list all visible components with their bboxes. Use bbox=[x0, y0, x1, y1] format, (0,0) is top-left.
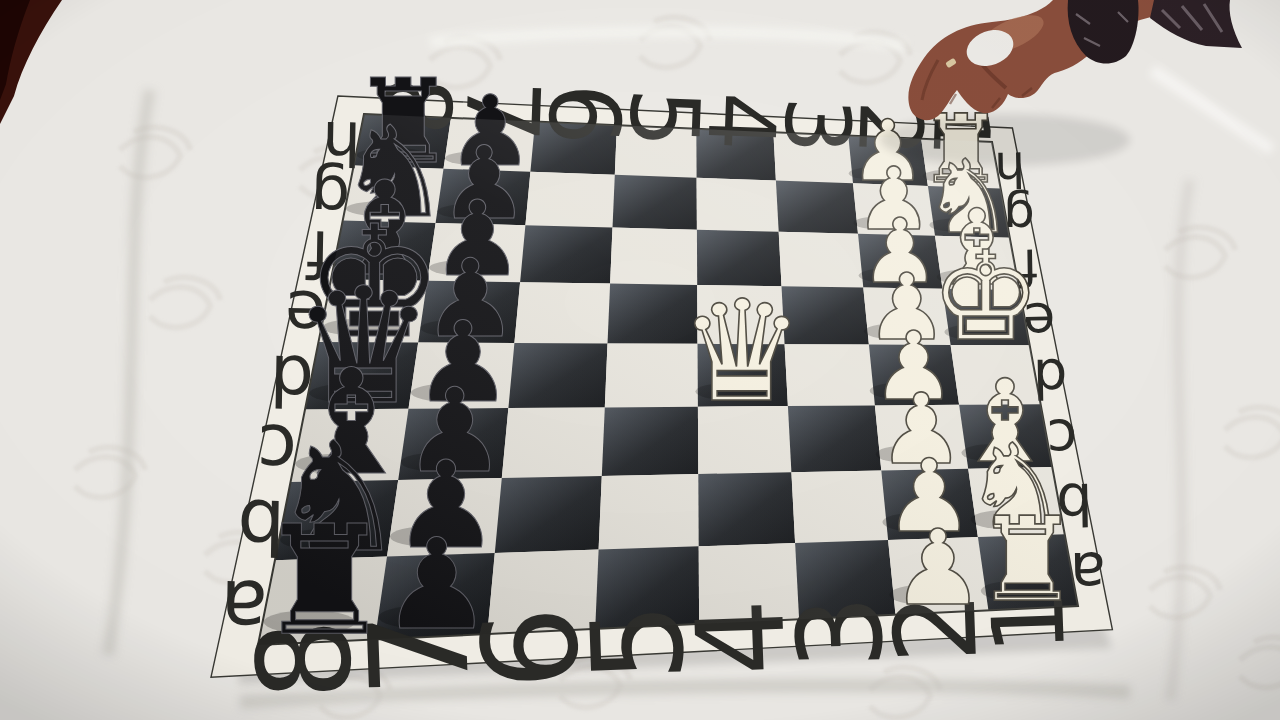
square-g4 bbox=[697, 178, 779, 232]
svg-text:♛: ♛ bbox=[680, 270, 805, 433]
square-e6 bbox=[514, 282, 610, 343]
piece-white-pawn-a2: ♟ bbox=[889, 507, 984, 629]
piece-white-rook-a1: ♜ bbox=[975, 492, 1079, 627]
piece-white-queen-d4: ♛ bbox=[680, 270, 805, 433]
square-b6 bbox=[495, 476, 602, 553]
piece-black-rook-a8: ♜ bbox=[257, 493, 392, 669]
square-g5 bbox=[613, 175, 697, 230]
photo-frame: 8877665544332211hhggffeeddccbbaa♜♟♟♜♞♟♟♞… bbox=[0, 0, 1280, 720]
square-g3 bbox=[776, 181, 858, 234]
square-b4 bbox=[698, 472, 795, 546]
square-f6 bbox=[520, 225, 612, 283]
piece-black-pawn-a7: ♟ bbox=[378, 512, 493, 658]
square-d6 bbox=[508, 343, 607, 408]
square-b5 bbox=[599, 474, 699, 550]
square-g6 bbox=[525, 172, 614, 228]
svg-text:♜: ♜ bbox=[257, 493, 392, 669]
svg-text:♟: ♟ bbox=[891, 507, 984, 629]
chess-scene: 8877665544332211hhggffeeddccbbaa♜♟♟♜♞♟♟♞… bbox=[0, 0, 1280, 720]
square-b3 bbox=[791, 470, 888, 543]
svg-text:♜: ♜ bbox=[975, 492, 1079, 627]
square-c6 bbox=[502, 407, 605, 478]
svg-text:♟: ♟ bbox=[380, 512, 492, 658]
